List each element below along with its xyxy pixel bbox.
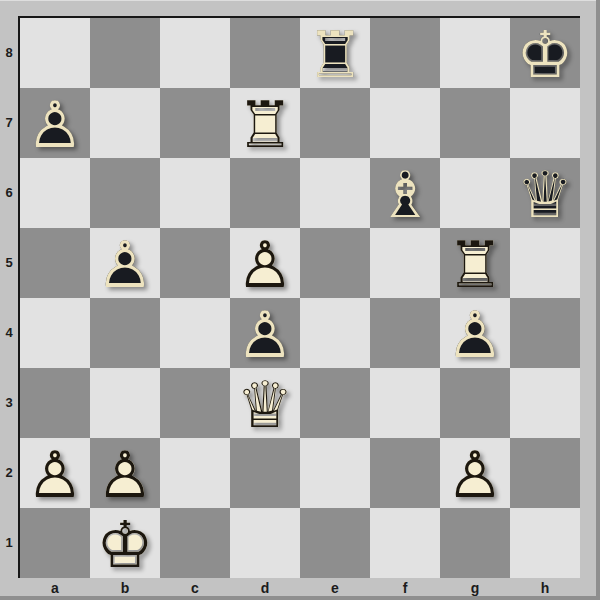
- square-b7[interactable]: [90, 88, 160, 158]
- square-e4[interactable]: [300, 298, 370, 368]
- square-f7[interactable]: [370, 88, 440, 158]
- square-f8[interactable]: [370, 18, 440, 88]
- square-c3[interactable]: [160, 368, 230, 438]
- square-d6[interactable]: [230, 158, 300, 228]
- square-e3[interactable]: [300, 368, 370, 438]
- square-f6[interactable]: ♝♗: [370, 158, 440, 228]
- chess-diagram-frame: 87654321 ♜♖♚♔♟♙♜♖♝♗♛♕♟♙♟♙♜♖♟♙♟♙♛♕♟♙♟♙♟♙♚…: [0, 0, 600, 600]
- black-rook-outline: ♖: [300, 18, 370, 88]
- square-d5[interactable]: ♟♙: [230, 228, 300, 298]
- piece-black-pawn-a7[interactable]: ♟♙: [20, 88, 90, 158]
- piece-black-queen-h6[interactable]: ♛♕: [510, 158, 580, 228]
- square-h1[interactable]: [510, 508, 580, 578]
- black-pawn-outline: ♙: [440, 298, 510, 368]
- square-e8[interactable]: ♜♖: [300, 18, 370, 88]
- rank-label-1: 1: [0, 508, 18, 578]
- square-c7[interactable]: [160, 88, 230, 158]
- piece-black-pawn-b5[interactable]: ♟♙: [90, 228, 160, 298]
- rank-label-3: 3: [0, 368, 18, 438]
- square-a2[interactable]: ♟♙: [20, 438, 90, 508]
- white-pawn-outline: ♙: [440, 438, 510, 508]
- black-pawn-outline: ♙: [90, 228, 160, 298]
- square-g4[interactable]: ♟♙: [440, 298, 510, 368]
- square-a8[interactable]: [20, 18, 90, 88]
- black-queen-outline: ♕: [510, 158, 580, 228]
- square-d7[interactable]: ♜♖: [230, 88, 300, 158]
- white-rook-outline: ♖: [440, 228, 510, 298]
- square-f4[interactable]: [370, 298, 440, 368]
- square-e7[interactable]: [300, 88, 370, 158]
- black-bishop-outline: ♗: [370, 158, 440, 228]
- piece-black-pawn-d4[interactable]: ♟♙: [230, 298, 300, 368]
- rank-labels: 87654321: [0, 18, 18, 578]
- rank-label-8: 8: [0, 18, 18, 88]
- square-g7[interactable]: [440, 88, 510, 158]
- rank-label-5: 5: [0, 228, 18, 298]
- piece-white-rook-g5[interactable]: ♜♖: [440, 228, 510, 298]
- piece-white-queen-d3[interactable]: ♛♕: [230, 368, 300, 438]
- white-pawn-outline: ♙: [20, 438, 90, 508]
- square-b8[interactable]: [90, 18, 160, 88]
- square-g2[interactable]: ♟♙: [440, 438, 510, 508]
- black-king-outline: ♔: [510, 18, 580, 88]
- square-c4[interactable]: [160, 298, 230, 368]
- square-b4[interactable]: [90, 298, 160, 368]
- rank-label-7: 7: [0, 88, 18, 158]
- square-f3[interactable]: [370, 368, 440, 438]
- square-b2[interactable]: ♟♙: [90, 438, 160, 508]
- square-a7[interactable]: ♟♙: [20, 88, 90, 158]
- frame-shadow-bottom: [0, 596, 600, 600]
- square-b5[interactable]: ♟♙: [90, 228, 160, 298]
- square-d3[interactable]: ♛♕: [230, 368, 300, 438]
- square-h4[interactable]: [510, 298, 580, 368]
- square-f1[interactable]: [370, 508, 440, 578]
- square-h8[interactable]: ♚♔: [510, 18, 580, 88]
- white-rook-outline: ♖: [230, 88, 300, 158]
- square-g8[interactable]: [440, 18, 510, 88]
- square-a4[interactable]: [20, 298, 90, 368]
- white-king-outline: ♔: [90, 508, 160, 578]
- piece-white-pawn-a2[interactable]: ♟♙: [20, 438, 90, 508]
- frame-shadow-right: [596, 0, 600, 600]
- rank-label-6: 6: [0, 158, 18, 228]
- square-a5[interactable]: [20, 228, 90, 298]
- square-f2[interactable]: [370, 438, 440, 508]
- square-d1[interactable]: [230, 508, 300, 578]
- square-c8[interactable]: [160, 18, 230, 88]
- black-pawn-outline: ♙: [230, 298, 300, 368]
- square-g3[interactable]: [440, 368, 510, 438]
- chess-board: ♜♖♚♔♟♙♜♖♝♗♛♕♟♙♟♙♜♖♟♙♟♙♛♕♟♙♟♙♟♙♚♔: [18, 16, 580, 578]
- square-g1[interactable]: [440, 508, 510, 578]
- square-h6[interactable]: ♛♕: [510, 158, 580, 228]
- square-g5[interactable]: ♜♖: [440, 228, 510, 298]
- piece-white-rook-d7[interactable]: ♜♖: [230, 88, 300, 158]
- square-h2[interactable]: [510, 438, 580, 508]
- square-h3[interactable]: [510, 368, 580, 438]
- square-c2[interactable]: [160, 438, 230, 508]
- square-c1[interactable]: [160, 508, 230, 578]
- square-b3[interactable]: [90, 368, 160, 438]
- piece-black-king-h8[interactable]: ♚♔: [510, 18, 580, 88]
- square-e1[interactable]: [300, 508, 370, 578]
- square-g6[interactable]: [440, 158, 510, 228]
- square-d2[interactable]: [230, 438, 300, 508]
- white-pawn-outline: ♙: [230, 228, 300, 298]
- piece-white-pawn-d5[interactable]: ♟♙: [230, 228, 300, 298]
- square-c6[interactable]: [160, 158, 230, 228]
- square-h5[interactable]: [510, 228, 580, 298]
- square-h7[interactable]: [510, 88, 580, 158]
- piece-white-pawn-b2[interactable]: ♟♙: [90, 438, 160, 508]
- square-b1[interactable]: ♚♔: [90, 508, 160, 578]
- square-b6[interactable]: [90, 158, 160, 228]
- square-e5[interactable]: [300, 228, 370, 298]
- black-pawn-outline: ♙: [20, 88, 90, 158]
- square-f5[interactable]: [370, 228, 440, 298]
- piece-white-king-b1[interactable]: ♚♔: [90, 508, 160, 578]
- square-a1[interactable]: [20, 508, 90, 578]
- white-queen-outline: ♕: [230, 368, 300, 438]
- white-pawn-outline: ♙: [90, 438, 160, 508]
- square-d8[interactable]: [230, 18, 300, 88]
- square-e2[interactable]: [300, 438, 370, 508]
- square-a3[interactable]: [20, 368, 90, 438]
- frame-highlight: [0, 0, 600, 1]
- rank-label-2: 2: [0, 438, 18, 508]
- square-c5[interactable]: [160, 228, 230, 298]
- rank-label-4: 4: [0, 298, 18, 368]
- piece-white-pawn-g2[interactable]: ♟♙: [440, 438, 510, 508]
- square-e6[interactable]: [300, 158, 370, 228]
- piece-black-bishop-f6[interactable]: ♝♗: [370, 158, 440, 228]
- piece-black-rook-e8[interactable]: ♜♖: [300, 18, 370, 88]
- piece-black-pawn-g4[interactable]: ♟♙: [440, 298, 510, 368]
- square-d4[interactable]: ♟♙: [230, 298, 300, 368]
- square-a6[interactable]: [20, 158, 90, 228]
